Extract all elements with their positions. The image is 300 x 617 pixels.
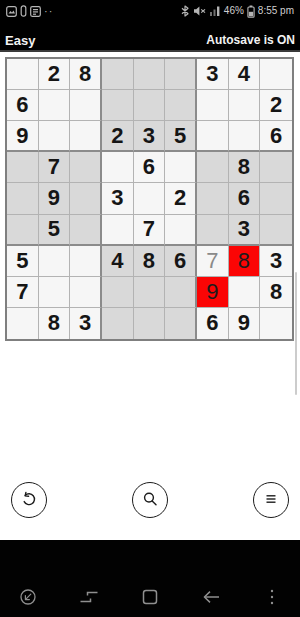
sudoku-cell-r9c8[interactable]: 9: [229, 308, 261, 339]
sudoku-cell-r5c7[interactable]: [197, 183, 229, 214]
back-button[interactable]: [193, 585, 229, 609]
sudoku-cell-r4c4[interactable]: [102, 152, 134, 183]
sudoku-cell-r3c9[interactable]: 6: [260, 121, 292, 152]
usb-notification-icon: [20, 5, 27, 17]
sudoku-cell-r8c9[interactable]: 8: [260, 277, 292, 308]
sudoku-cell-r2c7[interactable]: [197, 90, 229, 121]
undo-icon: [19, 489, 39, 512]
sudoku-cell-r2c1[interactable]: 6: [7, 90, 39, 121]
more-notifications-indicator: ··: [44, 6, 53, 16]
mute-icon: [193, 5, 206, 17]
sudoku-cell-r9c1[interactable]: [7, 308, 39, 339]
sudoku-cell-r7c7[interactable]: 7: [197, 246, 229, 277]
sudoku-cell-r4c9[interactable]: [260, 152, 292, 183]
sudoku-cell-r4c5[interactable]: 6: [134, 152, 166, 183]
sudoku-cell-r5c2[interactable]: 9: [39, 183, 71, 214]
menu-icon: [261, 489, 281, 512]
sudoku-cell-r9c4[interactable]: [102, 308, 134, 339]
sudoku-cell-r1c5[interactable]: [134, 59, 166, 90]
sudoku-cell-r2c8[interactable]: [229, 90, 261, 121]
sudoku-cell-r5c3[interactable]: [70, 183, 102, 214]
sudoku-cell-r8c6[interactable]: [165, 277, 197, 308]
sudoku-cell-r3c6[interactable]: 5: [165, 121, 197, 152]
sudoku-cell-r7c5[interactable]: 8: [134, 246, 166, 277]
sudoku-cell-r9c2[interactable]: 8: [39, 308, 71, 339]
sudoku-cell-r6c3[interactable]: [70, 215, 102, 246]
sudoku-cell-r4c8[interactable]: 8: [229, 152, 261, 183]
sudoku-board: 28346292356768932657354867837988369: [5, 57, 294, 341]
clock: 8:55 pm: [258, 6, 294, 16]
sudoku-cell-r6c7[interactable]: [197, 215, 229, 246]
sudoku-cell-r2c5[interactable]: [134, 90, 166, 121]
message-notification-icon: [30, 6, 41, 17]
sudoku-cell-r8c4[interactable]: [102, 277, 134, 308]
navigation-bar: [0, 540, 300, 617]
battery-icon: [247, 5, 255, 18]
sudoku-cell-r3c3[interactable]: [70, 121, 102, 152]
sudoku-cell-r5c8[interactable]: 6: [229, 183, 261, 214]
sudoku-cell-r1c4[interactable]: [102, 59, 134, 90]
sudoku-cell-r1c9[interactable]: [260, 59, 292, 90]
sudoku-cell-r4c6[interactable]: [165, 152, 197, 183]
sudoku-cell-r6c8[interactable]: 3: [229, 215, 261, 246]
sudoku-cell-r9c9[interactable]: [260, 308, 292, 339]
more-button[interactable]: [254, 585, 290, 609]
difficulty-label: Easy: [5, 33, 35, 48]
system-status-icons: 46% 8:55 pm: [180, 5, 294, 18]
sudoku-cell-r6c5[interactable]: 7: [134, 215, 166, 246]
sudoku-cell-r8c5[interactable]: [134, 277, 166, 308]
sudoku-cell-r5c6[interactable]: 2: [165, 183, 197, 214]
search-button[interactable]: [132, 482, 168, 518]
sudoku-cell-r7c8[interactable]: 8: [229, 246, 261, 277]
battery-percent: 46%: [224, 6, 244, 16]
title-bar: Easy Autosave is ON: [0, 30, 300, 50]
phone-screen: ·· 46% 8:55 pm Easy Autos: [0, 0, 300, 617]
sudoku-cell-r7c4[interactable]: 4: [102, 246, 134, 277]
sudoku-cell-r4c1[interactable]: [7, 152, 39, 183]
sudoku-cell-r9c3[interactable]: 3: [70, 308, 102, 339]
sudoku-cell-r2c9[interactable]: 2: [260, 90, 292, 121]
notification-icons: ··: [6, 5, 53, 17]
sudoku-cell-r3c2[interactable]: [39, 121, 71, 152]
sudoku-cell-r8c1[interactable]: 7: [7, 277, 39, 308]
sudoku-cell-r4c2[interactable]: 7: [39, 152, 71, 183]
sudoku-cell-r3c4[interactable]: 2: [102, 121, 134, 152]
sudoku-cell-r3c8[interactable]: [229, 121, 261, 152]
sudoku-cell-r2c2[interactable]: [39, 90, 71, 121]
sudoku-cell-r3c5[interactable]: 3: [134, 121, 166, 152]
sudoku-cell-r4c7[interactable]: [197, 152, 229, 183]
recents-button[interactable]: [71, 585, 107, 609]
sudoku-cell-r5c4[interactable]: 3: [102, 183, 134, 214]
sudoku-cell-r6c2[interactable]: 5: [39, 215, 71, 246]
sudoku-cell-r5c1[interactable]: [7, 183, 39, 214]
sudoku-cell-r3c1[interactable]: 9: [7, 121, 39, 152]
sudoku-cell-r1c2[interactable]: 2: [39, 59, 71, 90]
sudoku-cell-r5c9[interactable]: [260, 183, 292, 214]
sudoku-cell-r1c7[interactable]: 3: [197, 59, 229, 90]
sudoku-cell-r8c7[interactable]: 9: [197, 277, 229, 308]
sudoku-cell-r9c5[interactable]: [134, 308, 166, 339]
sudoku-cell-r6c1[interactable]: [7, 215, 39, 246]
sudoku-cell-r1c3[interactable]: 8: [70, 59, 102, 90]
sudoku-cell-r8c3[interactable]: [70, 277, 102, 308]
home-button[interactable]: [132, 585, 168, 609]
menu-button[interactable]: [253, 482, 289, 518]
sudoku-cell-r2c3[interactable]: [70, 90, 102, 121]
sudoku-cell-r2c4[interactable]: [102, 90, 134, 121]
sudoku-cell-r7c2[interactable]: [39, 246, 71, 277]
sudoku-cell-r5c5[interactable]: [134, 183, 166, 214]
sudoku-cell-r1c1[interactable]: [7, 59, 39, 90]
sudoku-cell-r7c1[interactable]: 5: [7, 246, 39, 277]
sudoku-cell-r9c6[interactable]: [165, 308, 197, 339]
status-bar: ·· 46% 8:55 pm: [0, 0, 300, 22]
sudoku-cell-r7c9[interactable]: 3: [260, 246, 292, 277]
gallery-notification-icon: [6, 6, 17, 17]
sudoku-cell-r6c4[interactable]: [102, 215, 134, 246]
sudoku-cell-r7c6[interactable]: 6: [165, 246, 197, 277]
toolbar: [0, 482, 300, 518]
sudoku-cell-r4c3[interactable]: [70, 152, 102, 183]
top-bar: ·· 46% 8:55 pm Easy Autos: [0, 0, 300, 52]
pin-nav-button[interactable]: [10, 585, 46, 609]
autosave-label: Autosave is ON: [206, 33, 295, 47]
sudoku-cell-r6c9[interactable]: [260, 215, 292, 246]
sudoku-cell-r1c6[interactable]: [165, 59, 197, 90]
scrollbar[interactable]: [295, 272, 297, 395]
sudoku-cell-r9c7[interactable]: 6: [197, 308, 229, 339]
search-icon: [140, 489, 160, 512]
sudoku-cell-r1c8[interactable]: 4: [229, 59, 261, 90]
signal-icon: [209, 5, 221, 17]
sudoku-cell-r8c8[interactable]: [229, 277, 261, 308]
bluetooth-icon: [180, 5, 190, 17]
sudoku-cell-r8c2[interactable]: [39, 277, 71, 308]
sudoku-cell-r7c3[interactable]: [70, 246, 102, 277]
sudoku-cell-r6c6[interactable]: [165, 215, 197, 246]
undo-button[interactable]: [11, 482, 47, 518]
sudoku-cell-r3c7[interactable]: [197, 121, 229, 152]
sudoku-cell-r2c6[interactable]: [165, 90, 197, 121]
